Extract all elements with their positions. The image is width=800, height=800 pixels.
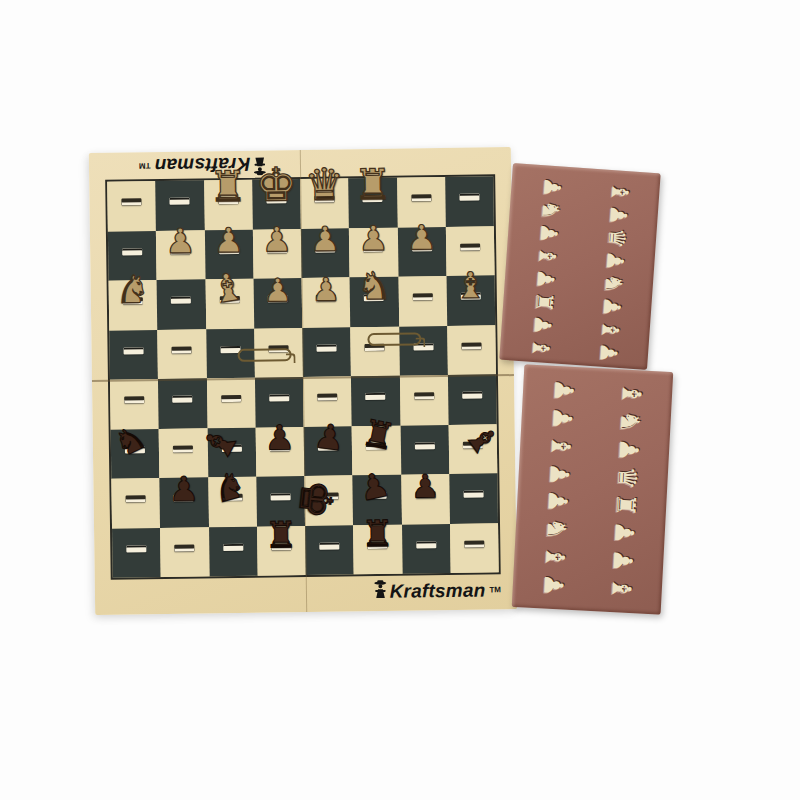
piece-dark-rook-f1[interactable]: ♜ bbox=[353, 524, 402, 574]
cutout-silhouette: ♟ bbox=[605, 204, 629, 226]
light-bishop-glyph: ♝ bbox=[208, 266, 247, 309]
piece-slot bbox=[317, 394, 337, 401]
piece-dark-rook-d1[interactable]: ♜ bbox=[257, 525, 306, 575]
piece-light-pawn-e6[interactable]: ♟ bbox=[302, 277, 351, 327]
piece-slot bbox=[172, 346, 192, 353]
dark-rook-glyph: ♜ bbox=[361, 516, 394, 552]
piece-slot bbox=[366, 393, 386, 400]
light-knight-glyph: ♞ bbox=[116, 270, 151, 308]
piece-light-knight-f6[interactable]: ♞ bbox=[350, 277, 399, 327]
dark-king-glyph: ♚ bbox=[292, 477, 340, 521]
square-b5[interactable] bbox=[158, 329, 207, 379]
piece-slot bbox=[122, 198, 142, 205]
tray-cutout-4: ♞ bbox=[597, 406, 663, 437]
piece-slot bbox=[173, 445, 193, 452]
light-knight-glyph: ♞ bbox=[357, 266, 392, 304]
cutout-silhouette: ♟ bbox=[536, 222, 560, 244]
piece-light-bishop-c6[interactable]: ♝ bbox=[205, 279, 254, 329]
piece-slot bbox=[126, 545, 146, 552]
tray-cutout-13: ♝ bbox=[522, 542, 588, 573]
tray-cutout-5: ♝ bbox=[528, 430, 594, 461]
tray-cutout-9: ♟ bbox=[525, 486, 591, 517]
cutout-silhouette: ♝ bbox=[541, 545, 568, 570]
square-g6[interactable] bbox=[398, 276, 447, 326]
piece-slot bbox=[411, 194, 431, 201]
piece-dark-pawn-e3[interactable]: ♟ bbox=[304, 426, 353, 476]
piece-light-bishop-h6[interactable]: ♝ bbox=[446, 275, 495, 325]
cutout-silhouette: ♟ bbox=[548, 406, 575, 431]
piece-slot bbox=[175, 544, 195, 551]
cutout-silhouette: ♝ bbox=[547, 434, 574, 459]
brand-name: Kraftsman bbox=[389, 579, 485, 602]
square-h1[interactable] bbox=[450, 523, 499, 573]
tray-cutout-16: ♟ bbox=[575, 339, 640, 366]
square-b1[interactable] bbox=[160, 527, 209, 577]
hinge-clasp-left bbox=[238, 348, 292, 362]
piece-dark-pawn-b2[interactable]: ♟ bbox=[160, 477, 209, 527]
square-h8[interactable] bbox=[445, 176, 494, 226]
dark-bishop-glyph: ♝ bbox=[460, 417, 505, 462]
tray-cutout-7: ♟ bbox=[526, 458, 592, 489]
cutout-silhouette: ♝ bbox=[534, 245, 558, 267]
piece-slot bbox=[220, 345, 240, 352]
light-pawn-glyph: ♟ bbox=[263, 274, 292, 306]
piece-slot bbox=[170, 198, 190, 205]
piece-slot bbox=[414, 392, 434, 399]
cutout-silhouette: ♟ bbox=[539, 176, 563, 198]
piece-dark-pawn-g2[interactable]: ♟ bbox=[401, 474, 450, 524]
piece-slot bbox=[171, 297, 191, 304]
tray-cutout-6: ♟ bbox=[596, 434, 662, 465]
tray-cutout-8: ♛ bbox=[594, 462, 660, 493]
cutout-silhouette: ♝ bbox=[528, 337, 552, 359]
piece-slot bbox=[124, 347, 144, 354]
piece-storage-tray-lower: ♟♝♟♞♝♟♟♛♟♜♞♟♝♟♟♝ bbox=[512, 364, 674, 614]
cutout-silhouette: ♛ bbox=[614, 465, 641, 490]
light-king-glyph: ♚ bbox=[255, 161, 297, 208]
cutout-silhouette: ♜ bbox=[531, 291, 555, 313]
tray-cutout-16: ♝ bbox=[589, 573, 655, 604]
square-b4[interactable] bbox=[158, 378, 207, 428]
cutout-silhouette: ♟ bbox=[530, 314, 554, 336]
piece-slot bbox=[223, 543, 243, 550]
piece-slot bbox=[173, 396, 193, 403]
cutout-silhouette: ♟ bbox=[550, 378, 577, 403]
piece-slot bbox=[317, 344, 337, 351]
tray-cutout-10: ♜ bbox=[593, 490, 659, 521]
cutout-silhouette: ♟ bbox=[545, 461, 572, 486]
square-e5[interactable] bbox=[302, 327, 351, 377]
piece-light-pawn-b7[interactable]: ♟ bbox=[156, 230, 205, 280]
piece-slot bbox=[122, 248, 142, 255]
square-a8[interactable] bbox=[107, 181, 156, 231]
tray-cutout-14: ♟ bbox=[590, 545, 656, 576]
square-g4[interactable] bbox=[399, 375, 448, 425]
dark-pawn-glyph: ♟ bbox=[168, 471, 199, 505]
craftsman-figure-icon bbox=[373, 580, 386, 603]
piece-slot bbox=[464, 540, 484, 547]
cutout-silhouette: ♟ bbox=[611, 521, 638, 546]
tray-cutout-11: ♞ bbox=[523, 514, 589, 545]
piece-slot bbox=[416, 541, 436, 548]
product-photo-scene: KraftsmanTM ♜♚♛♜♟♟♟♟♟♟♞♝♟♟♞♝♞♝♟♟♜♝♟♞♚♟♟♜… bbox=[0, 0, 800, 800]
light-pawn-glyph: ♟ bbox=[261, 222, 292, 256]
piece-storage-tray-upper: ♟♝♞♟♟♛♝♟♟♞♜♟♟♝♝♟ bbox=[499, 163, 660, 370]
piece-slot bbox=[221, 395, 241, 402]
cutout-silhouette: ♞ bbox=[617, 409, 644, 434]
cutout-silhouette: ♛ bbox=[604, 227, 628, 249]
light-rook-glyph: ♜ bbox=[209, 165, 247, 208]
brand-logo-bottom: KraftsmanTM bbox=[373, 578, 501, 603]
tray-cutout-2: ♝ bbox=[599, 378, 665, 409]
piece-slot bbox=[412, 293, 432, 300]
cutout-silhouette: ♟ bbox=[602, 250, 626, 272]
cutout-silhouette: ♝ bbox=[607, 181, 631, 203]
light-pawn-glyph: ♟ bbox=[310, 221, 341, 255]
piece-slot bbox=[319, 542, 339, 549]
piece-slot bbox=[269, 394, 289, 401]
square-a5[interactable] bbox=[109, 330, 158, 380]
cutout-silhouette: ♞ bbox=[601, 273, 625, 295]
piece-dark-knight-c2[interactable]: ♞ bbox=[208, 477, 257, 527]
dark-pawn-glyph: ♟ bbox=[312, 418, 347, 456]
dark-rook-glyph: ♜ bbox=[359, 414, 398, 456]
piece-dark-knight-a3[interactable]: ♞ bbox=[111, 429, 160, 479]
cutout-silhouette: ♟ bbox=[540, 573, 567, 598]
hinge-clasp-right bbox=[367, 332, 421, 346]
square-h2[interactable] bbox=[449, 473, 498, 523]
dark-pawn-glyph: ♟ bbox=[264, 420, 295, 454]
cutout-silhouette: ♟ bbox=[596, 342, 620, 364]
light-rook-glyph: ♜ bbox=[354, 163, 392, 206]
piece-slot bbox=[461, 342, 481, 349]
square-h5[interactable] bbox=[447, 325, 496, 375]
piece-slot bbox=[126, 495, 146, 502]
tray-cutout-15: ♟ bbox=[520, 570, 586, 601]
piece-slot bbox=[462, 392, 482, 399]
piece-light-pawn-g7[interactable]: ♟ bbox=[397, 226, 446, 276]
square-c1[interactable] bbox=[209, 526, 258, 576]
chess-board-panel: KraftsmanTM ♜♚♛♜♟♟♟♟♟♟♞♝♟♟♞♝♞♝♟♟♜♝♟♞♚♟♟♜… bbox=[89, 147, 517, 615]
tray-cutout-1: ♟ bbox=[530, 375, 596, 406]
cutout-silhouette: ♟ bbox=[615, 437, 642, 462]
square-a1[interactable] bbox=[112, 528, 161, 578]
tray-cutout-12: ♟ bbox=[592, 517, 658, 548]
light-bishop-glyph: ♝ bbox=[454, 267, 487, 303]
cutout-silhouette: ♞ bbox=[538, 199, 562, 221]
piece-slot bbox=[414, 442, 434, 449]
light-pawn-glyph: ♟ bbox=[358, 221, 389, 255]
square-b6[interactable] bbox=[157, 279, 206, 329]
piece-dark-bishop-h3[interactable]: ♝ bbox=[448, 424, 497, 474]
light-pawn-glyph: ♟ bbox=[311, 273, 340, 305]
light-queen-glyph: ♛ bbox=[304, 162, 344, 207]
cutout-silhouette: ♝ bbox=[608, 576, 635, 601]
cutout-silhouette: ♟ bbox=[609, 549, 636, 574]
cutout-silhouette: ♟ bbox=[544, 489, 571, 514]
cutout-silhouette: ♞ bbox=[543, 517, 570, 542]
light-pawn-glyph: ♟ bbox=[213, 223, 244, 257]
trademark-symbol: TM bbox=[139, 161, 151, 170]
tray-cutout-15: ♝ bbox=[507, 334, 572, 361]
square-e1[interactable] bbox=[305, 525, 354, 575]
dark-pawn-glyph: ♟ bbox=[411, 470, 440, 502]
tray-cutout-grid: ♟♝♟♞♝♟♟♛♟♜♞♟♝♟♟♝ bbox=[520, 375, 664, 605]
cutout-silhouette: ♟ bbox=[533, 268, 557, 290]
tray-cutout-grid: ♟♝♞♟♟♛♝♟♟♞♜♟♟♝♝♟ bbox=[508, 174, 652, 360]
piece-slot bbox=[124, 396, 144, 403]
light-pawn-glyph: ♟ bbox=[406, 220, 437, 254]
square-a2[interactable] bbox=[111, 478, 160, 528]
cutout-silhouette: ♝ bbox=[597, 319, 621, 341]
piece-slot bbox=[459, 194, 479, 201]
dark-rook-glyph: ♜ bbox=[265, 517, 298, 553]
piece-light-pawn-d6[interactable]: ♟ bbox=[253, 278, 302, 328]
cutout-silhouette: ♝ bbox=[618, 382, 645, 407]
square-g1[interactable] bbox=[402, 523, 451, 573]
tray-cutout-3: ♟ bbox=[529, 403, 595, 434]
piece-slot bbox=[463, 490, 483, 497]
piece-dark-pawn-d3[interactable]: ♟ bbox=[255, 426, 304, 476]
cutout-silhouette: ♟ bbox=[599, 296, 623, 318]
piece-light-knight-a6[interactable]: ♞ bbox=[109, 280, 158, 330]
piece-slot bbox=[460, 243, 480, 250]
trademark-symbol: TM bbox=[489, 585, 501, 594]
cutout-silhouette: ♜ bbox=[612, 493, 639, 518]
brand-logo-top: KraftsmanTM bbox=[139, 152, 267, 177]
light-pawn-glyph: ♟ bbox=[165, 223, 196, 257]
